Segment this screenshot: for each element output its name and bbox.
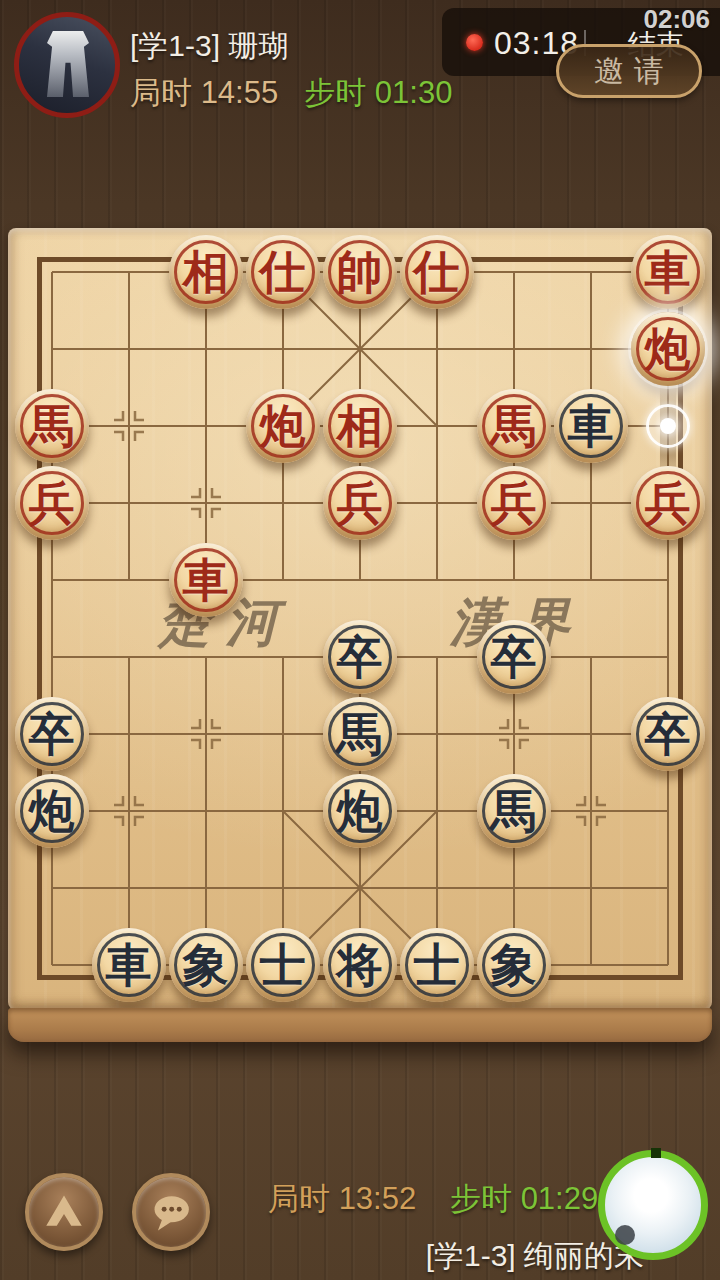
piece-glyph: 炮: [645, 326, 691, 372]
piece-black-馬[interactable]: 馬: [323, 697, 397, 771]
piece-glyph: 象: [491, 942, 537, 988]
recording-dot-icon: [466, 34, 483, 51]
piece-red-兵[interactable]: 兵: [323, 466, 397, 540]
piece-black-卒[interactable]: 卒: [631, 697, 705, 771]
piece-black-象[interactable]: 象: [169, 928, 243, 1002]
piece-black-炮[interactable]: 炮: [323, 774, 397, 848]
piece-glyph: 炮: [337, 788, 383, 834]
chat-button[interactable]: [132, 1173, 210, 1251]
bottom-move-time: 步时 01:29: [450, 1178, 598, 1220]
piece-red-仕[interactable]: 仕: [246, 235, 320, 309]
invite-button[interactable]: 邀请: [556, 44, 702, 98]
board-grid: 相仕帥仕車炮馬炮相馬車兵兵兵兵車卒卒卒馬卒炮炮馬車象士将士象: [13, 233, 706, 1003]
system-clock: 02:06: [644, 4, 711, 35]
piece-red-車[interactable]: 車: [631, 235, 705, 309]
up-arrow-icon: [41, 1189, 87, 1235]
piece-glyph: 卒: [29, 711, 75, 757]
piece-red-炮[interactable]: 炮: [246, 389, 320, 463]
piece-red-帥[interactable]: 帥: [323, 235, 397, 309]
top-game-time: 局时 14:55: [130, 75, 278, 110]
piece-glyph: 車: [568, 403, 614, 449]
piece-glyph: 炮: [29, 788, 75, 834]
piece-glyph: 馬: [491, 403, 537, 449]
piece-glyph: 卒: [645, 711, 691, 757]
piece-glyph: 馬: [337, 711, 383, 757]
piece-red-兵[interactable]: 兵: [15, 466, 89, 540]
piece-glyph: 車: [106, 942, 152, 988]
piece-glyph: 相: [337, 403, 383, 449]
bottom-player-name: [学1-3] 绚丽的末: [426, 1236, 644, 1277]
piece-black-馬[interactable]: 馬: [477, 774, 551, 848]
piece-red-相[interactable]: 相: [323, 389, 397, 463]
piece-red-車[interactable]: 車: [169, 543, 243, 617]
piece-glyph: 士: [414, 942, 460, 988]
piece-black-卒[interactable]: 卒: [323, 620, 397, 694]
piece-black-車[interactable]: 車: [554, 389, 628, 463]
piece-glyph: 車: [645, 249, 691, 295]
bottom-player-avatar[interactable]: [598, 1150, 708, 1260]
expand-menu-button[interactable]: [25, 1173, 103, 1251]
piece-red-馬[interactable]: 馬: [477, 389, 551, 463]
piece-black-将[interactable]: 将: [323, 928, 397, 1002]
piece-glyph: 兵: [491, 480, 537, 526]
piece-red-馬[interactable]: 馬: [15, 389, 89, 463]
piece-glyph: 炮: [260, 403, 306, 449]
piece-glyph: 卒: [491, 634, 537, 680]
piece-glyph: 将: [337, 942, 383, 988]
piece-black-卒[interactable]: 卒: [477, 620, 551, 694]
piece-glyph: 兵: [29, 480, 75, 526]
piece-glyph: 仕: [260, 249, 306, 295]
piece-glyph: 帥: [337, 249, 383, 295]
piece-glyph: 士: [260, 942, 306, 988]
piece-glyph: 兵: [337, 480, 383, 526]
chat-bubble-icon: [147, 1188, 195, 1236]
bottom-game-time: 局时 13:52: [268, 1178, 416, 1220]
top-player-times: 局时 14:55步时 01:30: [130, 72, 452, 114]
piece-red-相[interactable]: 相: [169, 235, 243, 309]
piece-black-象[interactable]: 象: [477, 928, 551, 1002]
piece-glyph: 兵: [645, 480, 691, 526]
piece-black-士[interactable]: 士: [400, 928, 474, 1002]
piece-glyph: 象: [183, 942, 229, 988]
piece-black-卒[interactable]: 卒: [15, 697, 89, 771]
piece-red-仕[interactable]: 仕: [400, 235, 474, 309]
piece-glyph: 相: [183, 249, 229, 295]
piece-glyph: 仕: [414, 249, 460, 295]
piece-black-士[interactable]: 士: [246, 928, 320, 1002]
piece-red-兵[interactable]: 兵: [477, 466, 551, 540]
piece-red-炮[interactable]: 炮: [631, 312, 705, 386]
board-front-edge: [8, 1008, 712, 1042]
piece-glyph: 車: [183, 557, 229, 603]
xiangqi-game-screen: [学1-3] 珊瑚 局时 14:55步时 01:30 03:18 结束 02:0…: [0, 0, 720, 1280]
piece-black-車[interactable]: 車: [92, 928, 166, 1002]
piece-glyph: 馬: [29, 403, 75, 449]
top-player-name: [学1-3] 珊瑚: [130, 26, 288, 67]
top-player-avatar[interactable]: [14, 12, 120, 118]
top-move-time: 步时 01:30: [304, 75, 452, 110]
piece-red-兵[interactable]: 兵: [631, 466, 705, 540]
xiangqi-board: 楚河 漢界 相仕帥仕車炮馬炮相馬車兵兵兵兵車卒卒卒馬卒炮炮馬車象士将士象: [8, 228, 712, 1010]
piece-black-炮[interactable]: 炮: [15, 774, 89, 848]
piece-glyph: 卒: [337, 634, 383, 680]
piece-glyph: 馬: [491, 788, 537, 834]
